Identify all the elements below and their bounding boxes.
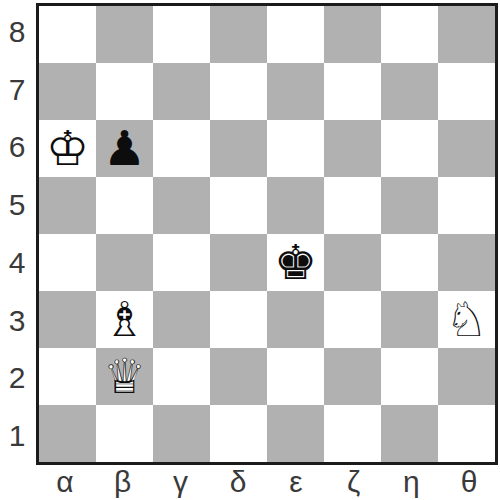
- file-label-f: ζ: [325, 464, 383, 500]
- square-a6[interactable]: ♚♔: [39, 120, 96, 177]
- square-g4[interactable]: [381, 234, 438, 291]
- chess-diagram: 87654321 ♚♔♟♚♝♗♞♘♛♕ αβγδεζηθ: [0, 0, 500, 500]
- square-g3[interactable]: [381, 291, 438, 348]
- square-e7[interactable]: [267, 63, 324, 120]
- square-f4[interactable]: [324, 234, 381, 291]
- square-b7[interactable]: [96, 63, 153, 120]
- file-label-b: β: [94, 464, 152, 500]
- rank-labels: 87654321: [0, 3, 34, 465]
- square-f1[interactable]: [324, 405, 381, 462]
- square-f2[interactable]: [324, 348, 381, 405]
- square-f6[interactable]: [324, 120, 381, 177]
- white-king[interactable]: ♚♔: [39, 120, 96, 177]
- rank-label-8: 8: [0, 3, 34, 61]
- square-a8[interactable]: [39, 6, 96, 63]
- square-d3[interactable]: [210, 291, 267, 348]
- square-b8[interactable]: [96, 6, 153, 63]
- white-king-outline: ♔: [46, 120, 89, 177]
- square-a4[interactable]: [39, 234, 96, 291]
- square-f5[interactable]: [324, 177, 381, 234]
- square-b1[interactable]: [96, 405, 153, 462]
- rank-label-2: 2: [0, 350, 34, 408]
- square-h1[interactable]: [438, 405, 495, 462]
- square-f8[interactable]: [324, 6, 381, 63]
- white-knight-outline: ♘: [445, 291, 488, 348]
- square-c6[interactable]: [153, 120, 210, 177]
- square-c8[interactable]: [153, 6, 210, 63]
- square-e2[interactable]: [267, 348, 324, 405]
- black-king[interactable]: ♚: [267, 234, 324, 291]
- square-g2[interactable]: [381, 348, 438, 405]
- white-queen-outline: ♕: [103, 348, 146, 405]
- square-g6[interactable]: [381, 120, 438, 177]
- file-label-h: θ: [440, 464, 498, 500]
- square-b2[interactable]: ♛♕: [96, 348, 153, 405]
- square-c7[interactable]: [153, 63, 210, 120]
- square-e8[interactable]: [267, 6, 324, 63]
- square-h4[interactable]: [438, 234, 495, 291]
- square-d2[interactable]: [210, 348, 267, 405]
- white-knight[interactable]: ♞♘: [438, 291, 495, 348]
- square-b6[interactable]: ♟: [96, 120, 153, 177]
- square-g7[interactable]: [381, 63, 438, 120]
- square-g5[interactable]: [381, 177, 438, 234]
- square-h2[interactable]: [438, 348, 495, 405]
- rank-label-3: 3: [0, 292, 34, 350]
- black-king-glyph: ♚: [274, 234, 317, 291]
- square-h3[interactable]: ♞♘: [438, 291, 495, 348]
- square-e3[interactable]: [267, 291, 324, 348]
- square-d1[interactable]: [210, 405, 267, 462]
- rank-label-6: 6: [0, 119, 34, 177]
- square-e4[interactable]: ♚: [267, 234, 324, 291]
- file-label-e: ε: [267, 464, 325, 500]
- square-b3[interactable]: ♝♗: [96, 291, 153, 348]
- square-a7[interactable]: [39, 63, 96, 120]
- square-c1[interactable]: [153, 405, 210, 462]
- rank-label-7: 7: [0, 61, 34, 119]
- square-d7[interactable]: [210, 63, 267, 120]
- square-d4[interactable]: [210, 234, 267, 291]
- rank-label-5: 5: [0, 176, 34, 234]
- file-label-g: η: [383, 464, 441, 500]
- square-d6[interactable]: [210, 120, 267, 177]
- square-f3[interactable]: [324, 291, 381, 348]
- square-c3[interactable]: [153, 291, 210, 348]
- rank-label-1: 1: [0, 407, 34, 465]
- square-d8[interactable]: [210, 6, 267, 63]
- square-a3[interactable]: [39, 291, 96, 348]
- rank-label-4: 4: [0, 234, 34, 292]
- square-b4[interactable]: [96, 234, 153, 291]
- square-f7[interactable]: [324, 63, 381, 120]
- square-h7[interactable]: [438, 63, 495, 120]
- file-label-d: δ: [209, 464, 267, 500]
- square-g8[interactable]: [381, 6, 438, 63]
- square-d5[interactable]: [210, 177, 267, 234]
- square-e5[interactable]: [267, 177, 324, 234]
- square-h8[interactable]: [438, 6, 495, 63]
- file-labels: αβγδεζηθ: [36, 464, 498, 500]
- square-a5[interactable]: [39, 177, 96, 234]
- white-bishop-outline: ♗: [103, 291, 146, 348]
- square-a1[interactable]: [39, 405, 96, 462]
- square-g1[interactable]: [381, 405, 438, 462]
- square-c2[interactable]: [153, 348, 210, 405]
- square-c4[interactable]: [153, 234, 210, 291]
- square-e1[interactable]: [267, 405, 324, 462]
- square-c5[interactable]: [153, 177, 210, 234]
- file-label-a: α: [36, 464, 94, 500]
- file-label-c: γ: [152, 464, 210, 500]
- square-h5[interactable]: [438, 177, 495, 234]
- square-b5[interactable]: [96, 177, 153, 234]
- square-a2[interactable]: [39, 348, 96, 405]
- black-pawn-glyph: ♟: [103, 120, 146, 177]
- square-h6[interactable]: [438, 120, 495, 177]
- white-bishop[interactable]: ♝♗: [96, 291, 153, 348]
- square-e6[interactable]: [267, 120, 324, 177]
- black-pawn[interactable]: ♟: [96, 120, 153, 177]
- chess-board[interactable]: ♚♔♟♚♝♗♞♘♛♕: [36, 3, 498, 465]
- white-queen[interactable]: ♛♕: [96, 348, 153, 405]
